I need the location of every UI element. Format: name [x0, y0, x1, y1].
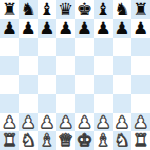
square-g2[interactable]: ♟	[113, 113, 132, 132]
black-knight: ♞	[21, 0, 36, 19]
black-bishop: ♝	[39, 0, 54, 19]
square-h8[interactable]: ♜	[131, 0, 150, 19]
white-pawn: ♟	[133, 113, 148, 132]
square-g7[interactable]: ♟	[113, 19, 132, 38]
white-pawn: ♟	[39, 113, 54, 132]
square-d4[interactable]	[56, 75, 75, 94]
square-g3[interactable]	[113, 94, 132, 113]
white-king: ♚	[77, 131, 92, 150]
black-bishop: ♝	[96, 0, 111, 19]
square-c7[interactable]: ♟	[38, 19, 57, 38]
square-e2[interactable]: ♟	[75, 113, 94, 132]
square-d3[interactable]	[56, 94, 75, 113]
square-a5[interactable]	[0, 56, 19, 75]
black-pawn: ♟	[133, 19, 148, 38]
square-a8[interactable]: ♜	[0, 0, 19, 19]
square-c8[interactable]: ♝	[38, 0, 57, 19]
black-rook: ♜	[2, 0, 17, 19]
white-pawn: ♟	[58, 113, 73, 132]
white-pawn: ♟	[96, 113, 111, 132]
square-h1[interactable]: ♜	[131, 131, 150, 150]
square-f6[interactable]	[94, 38, 113, 57]
black-pawn: ♟	[114, 19, 129, 38]
square-a7[interactable]: ♟	[0, 19, 19, 38]
square-c2[interactable]: ♟	[38, 113, 57, 132]
square-a3[interactable]	[0, 94, 19, 113]
square-b8[interactable]: ♞	[19, 0, 38, 19]
square-c3[interactable]	[38, 94, 57, 113]
square-a6[interactable]	[0, 38, 19, 57]
black-pawn: ♟	[77, 19, 92, 38]
square-g4[interactable]	[113, 75, 132, 94]
square-c5[interactable]	[38, 56, 57, 75]
white-bishop: ♝	[96, 131, 111, 150]
square-d8[interactable]: ♛	[56, 0, 75, 19]
square-b2[interactable]: ♟	[19, 113, 38, 132]
square-g1[interactable]: ♞	[113, 131, 132, 150]
square-b3[interactable]	[19, 94, 38, 113]
square-f8[interactable]: ♝	[94, 0, 113, 19]
square-e8[interactable]: ♚	[75, 0, 94, 19]
square-e7[interactable]: ♟	[75, 19, 94, 38]
white-knight: ♞	[21, 131, 36, 150]
square-h4[interactable]	[131, 75, 150, 94]
square-g6[interactable]	[113, 38, 132, 57]
square-f2[interactable]: ♟	[94, 113, 113, 132]
white-queen: ♛	[58, 131, 73, 150]
white-pawn: ♟	[21, 113, 36, 132]
square-e5[interactable]	[75, 56, 94, 75]
square-c6[interactable]	[38, 38, 57, 57]
black-knight: ♞	[114, 0, 129, 19]
white-knight: ♞	[114, 131, 129, 150]
square-e6[interactable]	[75, 38, 94, 57]
square-f7[interactable]: ♟	[94, 19, 113, 38]
square-g8[interactable]: ♞	[113, 0, 132, 19]
white-rook: ♜	[133, 131, 148, 150]
square-c4[interactable]	[38, 75, 57, 94]
square-f5[interactable]	[94, 56, 113, 75]
white-pawn: ♟	[114, 113, 129, 132]
square-b7[interactable]: ♟	[19, 19, 38, 38]
square-e3[interactable]	[75, 94, 94, 113]
square-f4[interactable]	[94, 75, 113, 94]
square-d5[interactable]	[56, 56, 75, 75]
square-b4[interactable]	[19, 75, 38, 94]
square-g5[interactable]	[113, 56, 132, 75]
square-d6[interactable]	[56, 38, 75, 57]
black-pawn: ♟	[39, 19, 54, 38]
square-f1[interactable]: ♝	[94, 131, 113, 150]
square-c1[interactable]: ♝	[38, 131, 57, 150]
white-rook: ♜	[2, 131, 17, 150]
black-pawn: ♟	[2, 19, 17, 38]
black-pawn: ♟	[96, 19, 111, 38]
white-pawn: ♟	[2, 113, 17, 132]
square-h6[interactable]	[131, 38, 150, 57]
square-h3[interactable]	[131, 94, 150, 113]
black-pawn: ♟	[21, 19, 36, 38]
square-b1[interactable]: ♞	[19, 131, 38, 150]
square-d7[interactable]: ♟	[56, 19, 75, 38]
square-h2[interactable]: ♟	[131, 113, 150, 132]
black-queen: ♛	[58, 0, 73, 19]
square-h5[interactable]	[131, 56, 150, 75]
square-a1[interactable]: ♜	[0, 131, 19, 150]
square-f3[interactable]	[94, 94, 113, 113]
square-e4[interactable]	[75, 75, 94, 94]
square-h7[interactable]: ♟	[131, 19, 150, 38]
square-d2[interactable]: ♟	[56, 113, 75, 132]
square-d1[interactable]: ♛	[56, 131, 75, 150]
square-a2[interactable]: ♟	[0, 113, 19, 132]
black-king: ♚	[77, 0, 92, 19]
chess-board: ♜♞♝♛♚♝♞♜♟♟♟♟♟♟♟♟♟♟♟♟♟♟♟♟♜♞♝♛♚♝♞♜	[0, 0, 150, 150]
black-pawn: ♟	[58, 19, 73, 38]
black-rook: ♜	[133, 0, 148, 19]
square-b5[interactable]	[19, 56, 38, 75]
white-bishop: ♝	[39, 131, 54, 150]
white-pawn: ♟	[77, 113, 92, 132]
square-b6[interactable]	[19, 38, 38, 57]
square-a4[interactable]	[0, 75, 19, 94]
square-e1[interactable]: ♚	[75, 131, 94, 150]
